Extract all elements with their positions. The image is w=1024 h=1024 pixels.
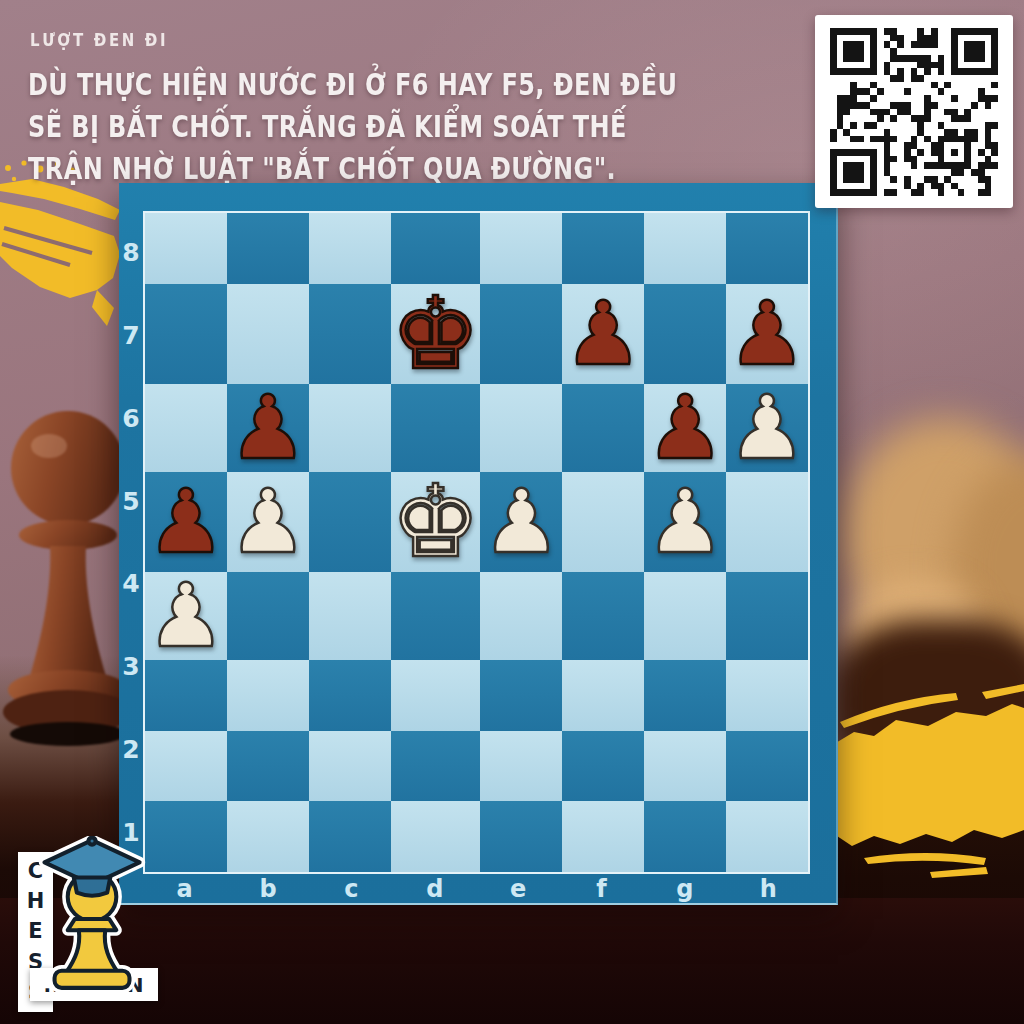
square-f7: ♟: [562, 284, 644, 384]
square-h7: ♟: [726, 284, 808, 384]
white-king-d5: ♚: [391, 472, 481, 572]
square-e3: [480, 660, 562, 731]
headline: DÙ THỰC HIỆN NƯỚC ĐI Ở F6 HAY F5, ĐEN ĐỀ…: [28, 64, 677, 190]
square-e4: [480, 572, 562, 660]
rank-label-4: 4: [119, 543, 143, 626]
square-e5: ♟: [480, 472, 562, 572]
square-c3: [309, 660, 391, 731]
square-c1: [309, 801, 391, 872]
square-h8: [726, 213, 808, 284]
chess-board: ♚♟♟♟♟♟♟♟♚♟♟♟: [143, 211, 810, 874]
white-pawn-h6: ♟: [728, 384, 807, 472]
square-g1: [644, 801, 726, 872]
square-g4: [644, 572, 726, 660]
square-g2: [644, 731, 726, 802]
square-b3: [227, 660, 309, 731]
square-c6: [309, 384, 391, 472]
square-c2: [309, 731, 391, 802]
black-pawn-f7: ♟: [564, 290, 643, 378]
square-g3: [644, 660, 726, 731]
square-e2: [480, 731, 562, 802]
square-e1: [480, 801, 562, 872]
file-labels: abcdefgh: [143, 874, 810, 903]
file-label-b: b: [226, 874, 309, 903]
white-pawn-g5: ♟: [646, 478, 725, 566]
square-h6: ♟: [726, 384, 808, 472]
square-g6: ♟: [644, 384, 726, 472]
square-a3: [145, 660, 227, 731]
black-king-d7: ♚: [391, 284, 481, 384]
square-e7: [480, 284, 562, 384]
rank-label-3: 3: [119, 625, 143, 708]
file-label-g: g: [643, 874, 726, 903]
rank-label-2: 2: [119, 708, 143, 791]
qr-code: [830, 28, 998, 196]
square-b7: [227, 284, 309, 384]
graduate-pawn-icon: [34, 836, 146, 998]
square-f4: [562, 572, 644, 660]
black-pawn-b6: ♟: [228, 384, 307, 472]
rank-label-5: 5: [119, 460, 143, 543]
square-f3: [562, 660, 644, 731]
headline-line-2: SẼ BỊ BẮT CHỐT. TRẮNG ĐÃ KIỂM SOÁT THẾ: [28, 106, 677, 148]
square-h2: [726, 731, 808, 802]
square-b8: [227, 213, 309, 284]
square-d6: [391, 384, 481, 472]
square-a4: ♟: [145, 572, 227, 660]
square-h5: [726, 472, 808, 572]
yellow-paint-splash-right: [834, 680, 1024, 882]
rank-label-7: 7: [119, 294, 143, 377]
square-c5: [309, 472, 391, 572]
chess-edu-vn-logo: CHESS .EDU.VN: [12, 840, 167, 1018]
square-a2: [145, 731, 227, 802]
square-c8: [309, 213, 391, 284]
square-a7: [145, 284, 227, 384]
square-g8: [644, 213, 726, 284]
square-g7: [644, 284, 726, 384]
black-pawn-a5: ♟: [147, 478, 226, 566]
white-pawn-a4: ♟: [147, 572, 226, 660]
square-d2: [391, 731, 481, 802]
square-f8: [562, 213, 644, 284]
rank-label-8: 8: [119, 211, 143, 294]
black-pawn-g6: ♟: [646, 384, 725, 472]
square-a5: ♟: [145, 472, 227, 572]
square-f6: [562, 384, 644, 472]
square-d1: [391, 801, 481, 872]
white-pawn-e5: ♟: [482, 478, 561, 566]
square-f5: [562, 472, 644, 572]
black-pawn-h7: ♟: [728, 290, 807, 378]
square-b4: [227, 572, 309, 660]
headline-line-1: DÙ THỰC HIỆN NƯỚC ĐI Ở F6 HAY F5, ĐEN ĐỀ…: [28, 64, 677, 106]
kicker-label: LƯỢT ĐEN ĐI: [30, 30, 168, 50]
square-b1: [227, 801, 309, 872]
square-c7: [309, 284, 391, 384]
rank-labels: 87654321: [119, 211, 143, 874]
square-b6: ♟: [227, 384, 309, 472]
square-d7: ♚: [391, 284, 481, 384]
poster-canvas: LƯỢT ĐEN ĐI DÙ THỰC HIỆN NƯỚC ĐI Ở F6 HA…: [0, 0, 1024, 1024]
file-label-e: e: [477, 874, 560, 903]
square-d8: [391, 213, 481, 284]
file-label-d: d: [393, 874, 476, 903]
square-e6: [480, 384, 562, 472]
square-c4: [309, 572, 391, 660]
square-a6: [145, 384, 227, 472]
file-label-h: h: [727, 874, 810, 903]
square-d4: [391, 572, 481, 660]
square-e8: [480, 213, 562, 284]
square-b2: [227, 731, 309, 802]
square-f2: [562, 731, 644, 802]
square-d3: [391, 660, 481, 731]
qr-code-panel: [815, 15, 1013, 208]
square-h3: [726, 660, 808, 731]
white-pawn-b5: ♟: [228, 478, 307, 566]
square-g5: ♟: [644, 472, 726, 572]
file-label-f: f: [560, 874, 643, 903]
square-f1: [562, 801, 644, 872]
file-label-c: c: [310, 874, 393, 903]
square-b5: ♟: [227, 472, 309, 572]
square-d5: ♚: [391, 472, 481, 572]
square-h1: [726, 801, 808, 872]
square-a8: [145, 213, 227, 284]
rank-label-6: 6: [119, 377, 143, 460]
chess-board-frame: 87654321 ♚♟♟♟♟♟♟♟♚♟♟♟ abcdefgh: [119, 183, 838, 905]
square-h4: [726, 572, 808, 660]
